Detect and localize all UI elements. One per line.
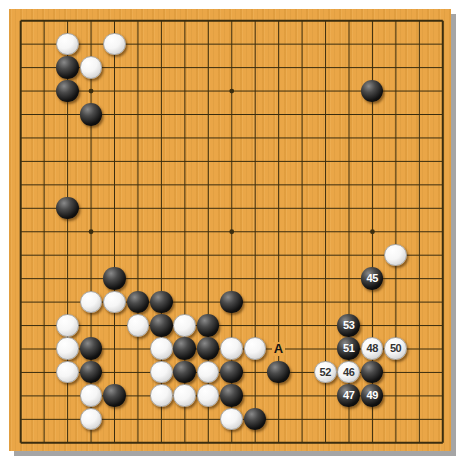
white-stone-move-48[interactable]: 48 xyxy=(361,337,384,360)
intersection[interactable] xyxy=(196,150,219,173)
intersection[interactable] xyxy=(150,337,173,360)
intersection[interactable] xyxy=(243,9,266,32)
intersection[interactable] xyxy=(384,103,407,126)
intersection[interactable] xyxy=(173,384,196,407)
intersection[interactable] xyxy=(384,9,407,32)
intersection[interactable] xyxy=(360,407,383,430)
intersection[interactable] xyxy=(407,79,430,102)
intersection[interactable] xyxy=(267,314,290,337)
intersection[interactable] xyxy=(173,360,196,383)
intersection[interactable] xyxy=(103,220,126,243)
intersection[interactable] xyxy=(220,360,243,383)
white-stone[interactable] xyxy=(150,337,173,360)
black-stone-move-53[interactable]: 53 xyxy=(337,314,360,337)
intersection[interactable] xyxy=(243,32,266,55)
intersection[interactable] xyxy=(196,79,219,102)
intersection[interactable] xyxy=(337,126,360,149)
intersection[interactable] xyxy=(103,290,126,313)
intersection[interactable] xyxy=(431,150,454,173)
intersection[interactable] xyxy=(150,9,173,32)
intersection[interactable] xyxy=(56,173,79,196)
intersection[interactable] xyxy=(79,290,102,313)
intersection[interactable] xyxy=(220,126,243,149)
intersection[interactable] xyxy=(360,220,383,243)
intersection[interactable] xyxy=(150,79,173,102)
intersection[interactable] xyxy=(431,196,454,219)
intersection[interactable] xyxy=(337,173,360,196)
intersection[interactable] xyxy=(384,431,407,454)
intersection[interactable] xyxy=(9,407,32,430)
intersection[interactable] xyxy=(314,32,337,55)
intersection[interactable] xyxy=(267,173,290,196)
intersection[interactable] xyxy=(337,103,360,126)
intersection[interactable] xyxy=(314,103,337,126)
intersection[interactable] xyxy=(267,9,290,32)
intersection[interactable] xyxy=(337,220,360,243)
intersection[interactable] xyxy=(407,103,430,126)
intersection[interactable] xyxy=(56,384,79,407)
intersection[interactable] xyxy=(79,220,102,243)
intersection[interactable] xyxy=(360,173,383,196)
intersection[interactable] xyxy=(267,360,290,383)
intersection[interactable] xyxy=(79,360,102,383)
intersection[interactable] xyxy=(9,150,32,173)
intersection[interactable] xyxy=(267,32,290,55)
intersection[interactable] xyxy=(79,314,102,337)
intersection[interactable] xyxy=(126,290,149,313)
intersection[interactable] xyxy=(173,9,196,32)
intersection[interactable] xyxy=(32,196,55,219)
intersection[interactable] xyxy=(150,173,173,196)
black-stone[interactable] xyxy=(220,361,243,384)
intersection[interactable] xyxy=(32,290,55,313)
intersection[interactable] xyxy=(126,32,149,55)
intersection[interactable] xyxy=(103,79,126,102)
intersection[interactable] xyxy=(9,56,32,79)
intersection[interactable] xyxy=(290,337,313,360)
intersection[interactable] xyxy=(243,126,266,149)
white-stone[interactable] xyxy=(197,384,220,407)
white-stone[interactable] xyxy=(150,361,173,384)
intersection[interactable] xyxy=(431,290,454,313)
intersection[interactable] xyxy=(290,407,313,430)
intersection[interactable] xyxy=(150,267,173,290)
intersection[interactable] xyxy=(220,79,243,102)
intersection[interactable] xyxy=(32,150,55,173)
intersection[interactable] xyxy=(384,267,407,290)
white-stone[interactable] xyxy=(103,291,126,314)
intersection[interactable] xyxy=(337,243,360,266)
intersection[interactable] xyxy=(173,243,196,266)
intersection[interactable] xyxy=(337,431,360,454)
intersection[interactable] xyxy=(173,196,196,219)
intersection[interactable] xyxy=(360,150,383,173)
intersection[interactable] xyxy=(103,56,126,79)
intersection[interactable] xyxy=(407,267,430,290)
intersection[interactable] xyxy=(150,360,173,383)
intersection[interactable] xyxy=(290,314,313,337)
intersection[interactable] xyxy=(173,337,196,360)
intersection[interactable] xyxy=(314,9,337,32)
intersection[interactable] xyxy=(220,220,243,243)
intersection[interactable] xyxy=(103,32,126,55)
intersection[interactable] xyxy=(56,56,79,79)
intersection[interactable] xyxy=(407,337,430,360)
intersection[interactable] xyxy=(290,267,313,290)
intersection[interactable] xyxy=(173,220,196,243)
intersection[interactable] xyxy=(384,126,407,149)
intersection[interactable] xyxy=(267,196,290,219)
intersection[interactable]: 52 xyxy=(314,360,337,383)
black-stone[interactable] xyxy=(80,361,103,384)
intersection[interactable] xyxy=(196,337,219,360)
intersection[interactable] xyxy=(360,9,383,32)
intersection[interactable] xyxy=(314,196,337,219)
intersection[interactable] xyxy=(196,9,219,32)
intersection[interactable]: 51 xyxy=(337,337,360,360)
intersection[interactable] xyxy=(150,126,173,149)
intersection[interactable] xyxy=(384,314,407,337)
intersection[interactable] xyxy=(360,196,383,219)
intersection[interactable] xyxy=(196,220,219,243)
intersection[interactable] xyxy=(9,220,32,243)
black-stone[interactable] xyxy=(361,80,384,103)
intersection[interactable] xyxy=(267,150,290,173)
intersection[interactable] xyxy=(337,196,360,219)
intersection[interactable] xyxy=(173,407,196,430)
intersection[interactable] xyxy=(243,196,266,219)
white-stone[interactable] xyxy=(103,33,126,56)
intersection[interactable] xyxy=(290,431,313,454)
intersection[interactable] xyxy=(220,407,243,430)
intersection[interactable] xyxy=(243,243,266,266)
intersection[interactable] xyxy=(103,407,126,430)
white-stone[interactable] xyxy=(173,314,196,337)
intersection[interactable] xyxy=(314,79,337,102)
intersection[interactable] xyxy=(32,384,55,407)
intersection[interactable] xyxy=(9,360,32,383)
intersection[interactable] xyxy=(126,243,149,266)
intersection[interactable] xyxy=(407,173,430,196)
white-stone[interactable] xyxy=(56,361,79,384)
intersection[interactable] xyxy=(173,150,196,173)
intersection[interactable] xyxy=(360,290,383,313)
intersection[interactable] xyxy=(267,56,290,79)
intersection[interactable] xyxy=(9,173,32,196)
intersection[interactable]: A xyxy=(267,337,290,360)
intersection[interactable]: 50 xyxy=(384,337,407,360)
intersection[interactable] xyxy=(126,126,149,149)
intersection[interactable] xyxy=(56,103,79,126)
intersection[interactable] xyxy=(173,103,196,126)
intersection[interactable] xyxy=(173,32,196,55)
intersection[interactable] xyxy=(220,32,243,55)
intersection[interactable] xyxy=(32,407,55,430)
intersection[interactable] xyxy=(407,290,430,313)
black-stone[interactable] xyxy=(220,291,243,314)
intersection[interactable] xyxy=(9,196,32,219)
black-stone[interactable] xyxy=(267,361,290,384)
white-stone-move-52[interactable]: 52 xyxy=(314,361,337,384)
intersection[interactable] xyxy=(384,56,407,79)
intersection[interactable] xyxy=(126,267,149,290)
intersection[interactable] xyxy=(431,384,454,407)
intersection[interactable] xyxy=(196,384,219,407)
intersection[interactable] xyxy=(243,407,266,430)
intersection[interactable] xyxy=(56,220,79,243)
intersection[interactable] xyxy=(384,150,407,173)
black-stone[interactable] xyxy=(197,314,220,337)
intersection[interactable] xyxy=(267,384,290,407)
intersection[interactable] xyxy=(337,79,360,102)
intersection[interactable] xyxy=(9,384,32,407)
intersection[interactable] xyxy=(150,243,173,266)
intersection[interactable] xyxy=(126,56,149,79)
intersection[interactable] xyxy=(196,32,219,55)
intersection[interactable] xyxy=(314,150,337,173)
intersection[interactable] xyxy=(173,173,196,196)
intersection[interactable] xyxy=(431,243,454,266)
intersection[interactable] xyxy=(384,290,407,313)
intersection[interactable] xyxy=(431,9,454,32)
intersection[interactable] xyxy=(103,337,126,360)
white-stone[interactable] xyxy=(220,337,243,360)
intersection[interactable] xyxy=(314,407,337,430)
intersection[interactable] xyxy=(79,267,102,290)
black-stone-move-51[interactable]: 51 xyxy=(337,337,360,360)
intersection[interactable] xyxy=(431,337,454,360)
intersection[interactable] xyxy=(79,103,102,126)
intersection[interactable] xyxy=(431,126,454,149)
intersection[interactable] xyxy=(314,173,337,196)
intersection[interactable] xyxy=(360,56,383,79)
intersection[interactable] xyxy=(290,290,313,313)
intersection[interactable] xyxy=(384,384,407,407)
intersection[interactable] xyxy=(243,150,266,173)
white-stone[interactable] xyxy=(244,337,267,360)
intersection[interactable] xyxy=(337,9,360,32)
black-stone-move-45[interactable]: 45 xyxy=(361,267,384,290)
white-stone[interactable] xyxy=(80,291,103,314)
intersection[interactable] xyxy=(150,103,173,126)
intersection[interactable] xyxy=(150,220,173,243)
intersection[interactable] xyxy=(9,267,32,290)
intersection[interactable] xyxy=(407,9,430,32)
intersection[interactable] xyxy=(267,220,290,243)
intersection[interactable] xyxy=(220,150,243,173)
intersection[interactable] xyxy=(220,431,243,454)
intersection[interactable] xyxy=(290,32,313,55)
intersection[interactable] xyxy=(220,384,243,407)
intersection[interactable] xyxy=(384,243,407,266)
intersection[interactable] xyxy=(79,196,102,219)
intersection[interactable] xyxy=(360,79,383,102)
intersection[interactable] xyxy=(173,431,196,454)
intersection[interactable] xyxy=(196,267,219,290)
intersection[interactable] xyxy=(314,220,337,243)
intersection[interactable] xyxy=(407,360,430,383)
intersection[interactable] xyxy=(173,267,196,290)
intersection[interactable] xyxy=(150,384,173,407)
intersection[interactable] xyxy=(9,103,32,126)
intersection[interactable] xyxy=(243,337,266,360)
intersection[interactable] xyxy=(103,196,126,219)
intersection[interactable] xyxy=(9,9,32,32)
intersection[interactable] xyxy=(431,173,454,196)
black-stone[interactable] xyxy=(103,384,126,407)
intersection[interactable] xyxy=(290,360,313,383)
intersection[interactable] xyxy=(9,337,32,360)
intersection[interactable] xyxy=(337,407,360,430)
intersection[interactable] xyxy=(79,150,102,173)
intersection[interactable] xyxy=(103,360,126,383)
intersection[interactable] xyxy=(407,196,430,219)
intersection[interactable] xyxy=(56,314,79,337)
intersection[interactable] xyxy=(32,103,55,126)
intersection[interactable] xyxy=(267,267,290,290)
intersection[interactable] xyxy=(196,173,219,196)
black-stone[interactable] xyxy=(56,56,79,79)
intersection[interactable]: 45 xyxy=(360,267,383,290)
white-stone[interactable] xyxy=(80,408,103,431)
intersection[interactable] xyxy=(103,314,126,337)
intersection[interactable] xyxy=(290,173,313,196)
intersection[interactable] xyxy=(220,337,243,360)
intersection[interactable] xyxy=(103,243,126,266)
intersection[interactable] xyxy=(384,220,407,243)
black-stone[interactable] xyxy=(127,291,150,314)
intersection[interactable] xyxy=(196,407,219,430)
intersection[interactable] xyxy=(407,314,430,337)
intersection[interactable] xyxy=(9,290,32,313)
intersection[interactable] xyxy=(196,360,219,383)
intersection[interactable] xyxy=(314,126,337,149)
intersection[interactable] xyxy=(103,126,126,149)
intersection[interactable] xyxy=(267,126,290,149)
intersection[interactable] xyxy=(267,431,290,454)
intersection[interactable] xyxy=(32,337,55,360)
intersection[interactable] xyxy=(126,196,149,219)
intersection[interactable] xyxy=(360,126,383,149)
intersection[interactable] xyxy=(32,314,55,337)
black-stone[interactable] xyxy=(173,337,196,360)
intersection[interactable] xyxy=(173,126,196,149)
intersection[interactable] xyxy=(243,79,266,102)
intersection[interactable]: 53 xyxy=(337,314,360,337)
white-stone[interactable] xyxy=(56,33,79,56)
intersection[interactable] xyxy=(126,407,149,430)
intersection[interactable] xyxy=(220,196,243,219)
intersection[interactable] xyxy=(337,267,360,290)
intersection[interactable] xyxy=(126,173,149,196)
intersection[interactable] xyxy=(220,9,243,32)
intersection[interactable] xyxy=(79,173,102,196)
black-stone[interactable] xyxy=(244,408,267,431)
intersection[interactable] xyxy=(220,314,243,337)
intersection[interactable] xyxy=(126,9,149,32)
intersection[interactable] xyxy=(79,126,102,149)
intersection[interactable] xyxy=(196,56,219,79)
intersection[interactable] xyxy=(103,103,126,126)
black-stone-move-47[interactable]: 47 xyxy=(337,384,360,407)
black-stone[interactable] xyxy=(80,103,103,126)
intersection[interactable] xyxy=(267,243,290,266)
intersection[interactable] xyxy=(196,431,219,454)
white-stone[interactable] xyxy=(56,314,79,337)
intersection[interactable] xyxy=(431,103,454,126)
intersection[interactable] xyxy=(32,56,55,79)
intersection[interactable] xyxy=(243,103,266,126)
intersection[interactable] xyxy=(431,360,454,383)
black-stone[interactable] xyxy=(173,361,196,384)
intersection[interactable] xyxy=(79,32,102,55)
intersection[interactable] xyxy=(360,32,383,55)
intersection[interactable] xyxy=(384,32,407,55)
black-stone[interactable] xyxy=(220,384,243,407)
intersection[interactable] xyxy=(290,56,313,79)
intersection[interactable] xyxy=(431,314,454,337)
intersection[interactable] xyxy=(384,360,407,383)
intersection[interactable] xyxy=(314,314,337,337)
intersection[interactable] xyxy=(32,32,55,55)
intersection[interactable] xyxy=(196,196,219,219)
intersection[interactable] xyxy=(384,407,407,430)
intersection[interactable] xyxy=(290,384,313,407)
intersection[interactable] xyxy=(103,150,126,173)
intersection[interactable] xyxy=(150,32,173,55)
intersection[interactable] xyxy=(32,126,55,149)
intersection[interactable] xyxy=(314,56,337,79)
intersection[interactable] xyxy=(150,150,173,173)
intersection[interactable] xyxy=(150,196,173,219)
intersection[interactable] xyxy=(9,32,32,55)
white-stone[interactable] xyxy=(150,384,173,407)
intersection[interactable] xyxy=(196,314,219,337)
intersection[interactable] xyxy=(150,431,173,454)
intersection[interactable] xyxy=(431,267,454,290)
intersection[interactable] xyxy=(360,431,383,454)
intersection[interactable] xyxy=(407,431,430,454)
intersection[interactable] xyxy=(56,431,79,454)
intersection[interactable] xyxy=(290,79,313,102)
intersection[interactable] xyxy=(384,196,407,219)
intersection[interactable] xyxy=(126,431,149,454)
intersection[interactable] xyxy=(267,290,290,313)
intersection[interactable] xyxy=(103,9,126,32)
intersection[interactable] xyxy=(220,103,243,126)
intersection[interactable] xyxy=(126,360,149,383)
intersection[interactable] xyxy=(431,220,454,243)
black-stone[interactable] xyxy=(150,314,173,337)
intersection[interactable] xyxy=(314,384,337,407)
intersection[interactable] xyxy=(126,220,149,243)
intersection[interactable] xyxy=(173,314,196,337)
black-stone[interactable] xyxy=(80,337,103,360)
intersection[interactable] xyxy=(9,314,32,337)
intersection[interactable] xyxy=(314,290,337,313)
intersection[interactable] xyxy=(431,79,454,102)
intersection[interactable] xyxy=(126,314,149,337)
intersection[interactable] xyxy=(79,9,102,32)
intersection[interactable] xyxy=(407,243,430,266)
intersection[interactable] xyxy=(220,56,243,79)
intersection[interactable] xyxy=(32,79,55,102)
intersection[interactable] xyxy=(290,196,313,219)
intersection[interactable] xyxy=(384,79,407,102)
intersection[interactable] xyxy=(32,243,55,266)
intersection[interactable] xyxy=(56,79,79,102)
intersection[interactable] xyxy=(220,173,243,196)
